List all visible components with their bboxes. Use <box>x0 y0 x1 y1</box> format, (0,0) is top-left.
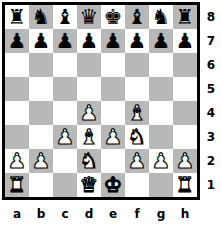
square-h1[interactable]: ♜ <box>173 173 197 197</box>
white-bishop-icon: ♝ <box>77 125 101 149</box>
square-a8[interactable]: ♜ <box>5 5 29 29</box>
square-a4[interactable] <box>5 101 29 125</box>
square-d6[interactable] <box>77 53 101 77</box>
square-d7[interactable]: ♟ <box>77 29 101 53</box>
rank-label-6: 6 <box>202 53 220 77</box>
square-d5[interactable] <box>77 77 101 101</box>
file-label-d: d <box>77 203 101 225</box>
square-h4[interactable] <box>173 101 197 125</box>
square-g8[interactable]: ♞ <box>149 5 173 29</box>
white-pawn-icon: ♟ <box>173 149 197 173</box>
board-frame: ♜♞♝♛♚♝♞♜♟♟♟♟♟♟♟♟♟♝♟♝♟♞♟♟♞♟♟♟♜♛♚♜ <box>2 2 200 200</box>
black-pawn-icon: ♟ <box>173 29 197 53</box>
white-knight-icon: ♞ <box>125 125 149 149</box>
square-g7[interactable]: ♟ <box>149 29 173 53</box>
file-label-f: f <box>125 203 149 225</box>
black-knight-icon: ♞ <box>149 5 173 29</box>
file-label-e: e <box>101 203 125 225</box>
square-c2[interactable] <box>53 149 77 173</box>
black-pawn-icon: ♟ <box>53 29 77 53</box>
square-f3[interactable]: ♞ <box>125 125 149 149</box>
square-c1[interactable] <box>53 173 77 197</box>
file-label-h: h <box>173 203 197 225</box>
white-bishop-icon: ♝ <box>125 101 149 125</box>
square-b4[interactable] <box>29 101 53 125</box>
black-bishop-icon: ♝ <box>53 5 77 29</box>
square-f2[interactable]: ♟ <box>125 149 149 173</box>
square-a6[interactable] <box>5 53 29 77</box>
square-g4[interactable] <box>149 101 173 125</box>
square-a2[interactable]: ♟ <box>5 149 29 173</box>
square-d8[interactable]: ♛ <box>77 5 101 29</box>
square-f7[interactable]: ♟ <box>125 29 149 53</box>
board-grid: ♜♞♝♛♚♝♞♜♟♟♟♟♟♟♟♟♟♝♟♝♟♞♟♟♞♟♟♟♜♛♚♜ <box>5 5 197 197</box>
square-e4[interactable] <box>101 101 125 125</box>
white-pawn-icon: ♟ <box>29 149 53 173</box>
square-a1[interactable]: ♜ <box>5 173 29 197</box>
file-label-c: c <box>53 203 77 225</box>
file-label-b: b <box>29 203 53 225</box>
black-pawn-icon: ♟ <box>5 29 29 53</box>
square-b7[interactable]: ♟ <box>29 29 53 53</box>
rank-label-2: 2 <box>202 149 220 173</box>
black-knight-icon: ♞ <box>29 5 53 29</box>
square-f6[interactable] <box>125 53 149 77</box>
white-queen-icon: ♛ <box>77 173 101 197</box>
square-d3[interactable]: ♝ <box>77 125 101 149</box>
file-label-a: a <box>5 203 29 225</box>
black-pawn-icon: ♟ <box>77 29 101 53</box>
square-e3[interactable]: ♟ <box>101 125 125 149</box>
square-f1[interactable] <box>125 173 149 197</box>
square-h3[interactable] <box>173 125 197 149</box>
white-knight-icon: ♞ <box>77 149 101 173</box>
black-rook-icon: ♜ <box>5 5 29 29</box>
square-g6[interactable] <box>149 53 173 77</box>
square-f4[interactable]: ♝ <box>125 101 149 125</box>
black-pawn-icon: ♟ <box>125 29 149 53</box>
square-d2[interactable]: ♞ <box>77 149 101 173</box>
rank-label-3: 3 <box>202 125 220 149</box>
black-pawn-icon: ♟ <box>101 29 125 53</box>
square-d1[interactable]: ♛ <box>77 173 101 197</box>
square-d4[interactable]: ♟ <box>77 101 101 125</box>
square-c5[interactable] <box>53 77 77 101</box>
square-h7[interactable]: ♟ <box>173 29 197 53</box>
square-c4[interactable] <box>53 101 77 125</box>
black-bishop-icon: ♝ <box>125 5 149 29</box>
square-c6[interactable] <box>53 53 77 77</box>
square-g3[interactable] <box>149 125 173 149</box>
rank-label-5: 5 <box>202 77 220 101</box>
file-labels: abcdefgh <box>5 203 197 225</box>
black-queen-icon: ♛ <box>77 5 101 29</box>
square-f8[interactable]: ♝ <box>125 5 149 29</box>
square-h8[interactable]: ♜ <box>173 5 197 29</box>
square-b8[interactable]: ♞ <box>29 5 53 29</box>
square-a5[interactable] <box>5 77 29 101</box>
square-h6[interactable] <box>173 53 197 77</box>
rank-label-4: 4 <box>202 101 220 125</box>
white-pawn-icon: ♟ <box>149 149 173 173</box>
square-e5[interactable] <box>101 77 125 101</box>
square-e1[interactable]: ♚ <box>101 173 125 197</box>
black-pawn-icon: ♟ <box>149 29 173 53</box>
rank-labels: 87654321 <box>202 5 220 197</box>
square-h5[interactable] <box>173 77 197 101</box>
rank-label-1: 1 <box>202 173 220 197</box>
black-rook-icon: ♜ <box>173 5 197 29</box>
rank-label-8: 8 <box>202 5 220 29</box>
white-king-icon: ♚ <box>101 173 125 197</box>
white-pawn-icon: ♟ <box>101 125 125 149</box>
square-b5[interactable] <box>29 77 53 101</box>
rank-label-7: 7 <box>202 29 220 53</box>
square-e8[interactable]: ♚ <box>101 5 125 29</box>
square-e2[interactable] <box>101 149 125 173</box>
white-pawn-icon: ♟ <box>53 125 77 149</box>
black-pawn-icon: ♟ <box>29 29 53 53</box>
square-b1[interactable] <box>29 173 53 197</box>
square-a3[interactable] <box>5 125 29 149</box>
square-g1[interactable] <box>149 173 173 197</box>
white-pawn-icon: ♟ <box>5 149 29 173</box>
square-g5[interactable] <box>149 77 173 101</box>
square-c8[interactable]: ♝ <box>53 5 77 29</box>
square-e7[interactable]: ♟ <box>101 29 125 53</box>
square-c7[interactable]: ♟ <box>53 29 77 53</box>
square-b6[interactable] <box>29 53 53 77</box>
white-rook-icon: ♜ <box>5 173 29 197</box>
square-b2[interactable]: ♟ <box>29 149 53 173</box>
square-e6[interactable] <box>101 53 125 77</box>
square-g2[interactable]: ♟ <box>149 149 173 173</box>
white-pawn-icon: ♟ <box>125 149 149 173</box>
white-rook-icon: ♜ <box>173 173 197 197</box>
black-king-icon: ♚ <box>101 5 125 29</box>
square-f5[interactable] <box>125 77 149 101</box>
chess-diagram: ♜♞♝♛♚♝♞♜♟♟♟♟♟♟♟♟♟♝♟♝♟♞♟♟♞♟♟♟♜♛♚♜ 8765432… <box>0 0 221 228</box>
square-c3[interactable]: ♟ <box>53 125 77 149</box>
file-label-g: g <box>149 203 173 225</box>
square-b3[interactable] <box>29 125 53 149</box>
square-a7[interactable]: ♟ <box>5 29 29 53</box>
square-h2[interactable]: ♟ <box>173 149 197 173</box>
white-pawn-icon: ♟ <box>77 101 101 125</box>
